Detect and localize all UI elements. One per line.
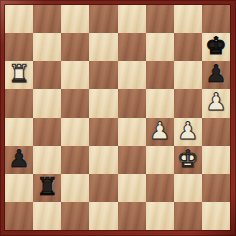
square-d2[interactable] [89,174,117,202]
black-rook[interactable]: ♜ [36,175,58,199]
square-h2[interactable] [202,174,230,202]
square-e3[interactable] [118,146,146,174]
square-h7[interactable]: ♚ [202,33,230,61]
square-f6[interactable] [146,61,174,89]
white-rook[interactable]: ♜ [8,62,30,86]
black-king[interactable]: ♚ [205,34,227,58]
white-king[interactable]: ♚ [177,147,199,171]
square-d8[interactable] [89,5,117,33]
square-a1[interactable] [5,202,33,230]
square-b3[interactable] [33,146,61,174]
square-f1[interactable] [146,202,174,230]
square-a7[interactable] [5,33,33,61]
square-a3[interactable]: ♟ [5,146,33,174]
square-e2[interactable] [118,174,146,202]
square-d3[interactable] [89,146,117,174]
square-g7[interactable] [174,33,202,61]
square-c2[interactable] [61,174,89,202]
square-f3[interactable] [146,146,174,174]
black-pawn[interactable]: ♟ [205,62,227,86]
square-b2[interactable]: ♜ [33,174,61,202]
board-frame: ♚♜♟♟♟♟♟♚♜ [0,0,236,236]
square-c7[interactable] [61,33,89,61]
square-a6[interactable]: ♜ [5,61,33,89]
chess-board: ♚♜♟♟♟♟♟♚♜ [5,5,230,230]
square-d6[interactable] [89,61,117,89]
square-h3[interactable] [202,146,230,174]
square-b7[interactable] [33,33,61,61]
square-e7[interactable] [118,33,146,61]
square-f7[interactable] [146,33,174,61]
square-h1[interactable] [202,202,230,230]
square-g1[interactable] [174,202,202,230]
white-pawn[interactable]: ♟ [149,119,171,143]
square-c4[interactable] [61,118,89,146]
square-e1[interactable] [118,202,146,230]
square-a5[interactable] [5,89,33,117]
square-d7[interactable] [89,33,117,61]
square-b5[interactable] [33,89,61,117]
square-e4[interactable] [118,118,146,146]
square-h5[interactable]: ♟ [202,89,230,117]
white-pawn[interactable]: ♟ [205,90,227,114]
square-a4[interactable] [5,118,33,146]
square-b1[interactable] [33,202,61,230]
square-f2[interactable] [146,174,174,202]
square-h4[interactable] [202,118,230,146]
square-e6[interactable] [118,61,146,89]
square-f8[interactable] [146,5,174,33]
square-g5[interactable] [174,89,202,117]
square-h8[interactable] [202,5,230,33]
square-c6[interactable] [61,61,89,89]
square-a2[interactable] [5,174,33,202]
square-g2[interactable] [174,174,202,202]
square-g3[interactable]: ♚ [174,146,202,174]
square-f4[interactable]: ♟ [146,118,174,146]
square-c8[interactable] [61,5,89,33]
square-b8[interactable] [33,5,61,33]
square-c5[interactable] [61,89,89,117]
white-pawn[interactable]: ♟ [177,119,199,143]
black-pawn[interactable]: ♟ [8,147,30,171]
square-g8[interactable] [174,5,202,33]
square-e5[interactable] [118,89,146,117]
square-g6[interactable] [174,61,202,89]
square-d5[interactable] [89,89,117,117]
square-c3[interactable] [61,146,89,174]
square-d4[interactable] [89,118,117,146]
square-e8[interactable] [118,5,146,33]
square-a8[interactable] [5,5,33,33]
square-h6[interactable]: ♟ [202,61,230,89]
square-g4[interactable]: ♟ [174,118,202,146]
square-d1[interactable] [89,202,117,230]
square-f5[interactable] [146,89,174,117]
square-b4[interactable] [33,118,61,146]
square-b6[interactable] [33,61,61,89]
square-c1[interactable] [61,202,89,230]
